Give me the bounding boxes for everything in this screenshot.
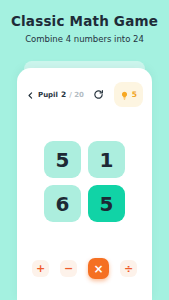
refresh-button[interactable] <box>93 85 104 104</box>
multiply-operator-button-selected[interactable]: × <box>88 258 109 279</box>
game-card: Pupil 2 / 20 5 5 1 6 5 + − × ÷ <box>17 68 152 300</box>
level-indicator: Pupil 2 / 20 <box>38 90 84 99</box>
number-tile-3-selected[interactable]: 5 <box>88 185 125 222</box>
number-tile-1[interactable]: 1 <box>88 141 125 178</box>
back-button[interactable] <box>26 85 35 104</box>
divide-operator-button[interactable]: ÷ <box>120 260 137 277</box>
number-tile-2[interactable]: 6 <box>44 185 81 222</box>
page-subtitle: Combine 4 numbers into 24 <box>0 34 169 44</box>
chevron-left-icon <box>26 85 35 104</box>
level-total: / 20 <box>69 91 84 99</box>
operator-row: + − × ÷ <box>17 258 152 279</box>
level-current: 2 <box>61 90 66 99</box>
refresh-icon <box>93 85 104 104</box>
number-grid: 5 1 6 5 <box>44 141 125 222</box>
page-title: Classic Math Game <box>0 13 169 29</box>
game-card-header: Pupil 2 / 20 5 <box>17 68 152 107</box>
minus-operator-button[interactable]: − <box>60 260 77 277</box>
hint-count: 5 <box>132 90 137 99</box>
level-label: Pupil <box>38 91 58 99</box>
number-tile-0[interactable]: 5 <box>44 141 81 178</box>
hint-badge[interactable]: 5 <box>114 82 143 107</box>
lightbulb-icon <box>120 85 129 104</box>
plus-operator-button[interactable]: + <box>32 260 49 277</box>
